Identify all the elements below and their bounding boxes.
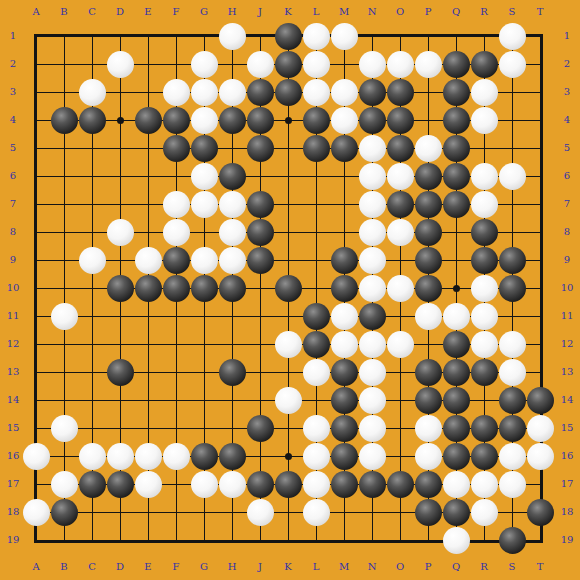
white-stone (387, 51, 414, 78)
white-stone (191, 247, 218, 274)
black-stone (163, 275, 190, 302)
white-stone (359, 219, 386, 246)
black-stone (275, 275, 302, 302)
white-stone (387, 219, 414, 246)
row-label-left: 4 (3, 113, 23, 127)
black-stone (219, 275, 246, 302)
black-stone (443, 135, 470, 162)
white-stone (303, 499, 330, 526)
black-stone (135, 275, 162, 302)
white-stone (51, 303, 78, 330)
white-stone (499, 359, 526, 386)
black-stone (331, 135, 358, 162)
white-stone (359, 247, 386, 274)
column-label-top: R (474, 5, 494, 19)
row-label-right: 17 (557, 477, 577, 491)
white-stone (359, 443, 386, 470)
black-stone (387, 191, 414, 218)
black-stone (303, 135, 330, 162)
white-stone (219, 471, 246, 498)
row-label-left: 12 (3, 337, 23, 351)
black-stone (303, 331, 330, 358)
row-label-left: 2 (3, 57, 23, 71)
column-label-top: D (110, 5, 130, 19)
black-stone (79, 107, 106, 134)
row-label-left: 16 (3, 449, 23, 463)
white-stone (191, 79, 218, 106)
black-stone (275, 471, 302, 498)
black-stone (443, 51, 470, 78)
white-stone (331, 79, 358, 106)
column-label-top: G (194, 5, 214, 19)
black-stone (415, 387, 442, 414)
black-stone (499, 527, 526, 554)
column-label-top: C (82, 5, 102, 19)
column-label-top: B (54, 5, 74, 19)
white-stone (51, 415, 78, 442)
white-stone (275, 387, 302, 414)
white-stone (191, 51, 218, 78)
black-stone (415, 247, 442, 274)
column-label-top: M (334, 5, 354, 19)
white-stone (471, 107, 498, 134)
black-stone (331, 415, 358, 442)
column-label-bottom: P (418, 560, 438, 574)
white-stone (247, 499, 274, 526)
black-stone (163, 247, 190, 274)
row-label-left: 1 (3, 29, 23, 43)
white-stone (331, 23, 358, 50)
black-stone (107, 471, 134, 498)
white-stone (79, 443, 106, 470)
go-board[interactable]: AA11BB22CC33DD44EE55FF66GG77HH88JJ99KK10… (0, 0, 580, 580)
white-stone (499, 443, 526, 470)
row-label-right: 5 (557, 141, 577, 155)
black-stone (443, 499, 470, 526)
black-stone (191, 275, 218, 302)
black-stone (331, 387, 358, 414)
black-stone (219, 359, 246, 386)
white-stone (527, 443, 554, 470)
white-stone (303, 79, 330, 106)
column-label-bottom: L (306, 560, 326, 574)
row-label-left: 17 (3, 477, 23, 491)
black-stone (415, 275, 442, 302)
black-stone (247, 191, 274, 218)
white-stone (415, 303, 442, 330)
column-label-bottom: A (26, 560, 46, 574)
white-stone (107, 219, 134, 246)
white-stone (331, 331, 358, 358)
white-stone (499, 471, 526, 498)
black-stone (79, 471, 106, 498)
white-stone (471, 331, 498, 358)
white-stone (79, 247, 106, 274)
white-stone (163, 191, 190, 218)
white-stone (107, 443, 134, 470)
black-stone (499, 275, 526, 302)
white-stone (359, 415, 386, 442)
row-label-right: 8 (557, 225, 577, 239)
black-stone (331, 443, 358, 470)
white-stone (359, 359, 386, 386)
white-stone (359, 387, 386, 414)
white-stone (499, 51, 526, 78)
column-label-top: N (362, 5, 382, 19)
row-label-left: 15 (3, 421, 23, 435)
black-stone (443, 163, 470, 190)
row-label-right: 2 (557, 57, 577, 71)
white-stone (191, 163, 218, 190)
column-label-bottom: Q (446, 560, 466, 574)
row-label-right: 1 (557, 29, 577, 43)
white-stone (135, 471, 162, 498)
row-label-left: 6 (3, 169, 23, 183)
row-label-left: 5 (3, 141, 23, 155)
black-stone (443, 359, 470, 386)
column-label-bottom: C (82, 560, 102, 574)
black-stone (443, 331, 470, 358)
white-stone (499, 23, 526, 50)
column-label-bottom: N (362, 560, 382, 574)
column-label-top: E (138, 5, 158, 19)
row-label-left: 14 (3, 393, 23, 407)
black-stone (471, 359, 498, 386)
white-stone (359, 191, 386, 218)
row-label-right: 6 (557, 169, 577, 183)
white-stone (359, 163, 386, 190)
black-stone (443, 415, 470, 442)
column-label-top: Q (446, 5, 466, 19)
column-label-top: L (306, 5, 326, 19)
column-label-bottom: R (474, 560, 494, 574)
column-label-bottom: H (222, 560, 242, 574)
black-stone (499, 247, 526, 274)
white-stone (415, 51, 442, 78)
row-label-right: 4 (557, 113, 577, 127)
black-stone (359, 303, 386, 330)
black-stone (387, 471, 414, 498)
black-stone (471, 51, 498, 78)
black-stone (247, 247, 274, 274)
white-stone (471, 191, 498, 218)
white-stone (275, 331, 302, 358)
black-stone (247, 415, 274, 442)
white-stone (359, 331, 386, 358)
black-stone (443, 443, 470, 470)
black-stone (359, 107, 386, 134)
row-label-right: 13 (557, 365, 577, 379)
row-label-right: 10 (557, 281, 577, 295)
black-stone (443, 107, 470, 134)
white-stone (359, 51, 386, 78)
row-label-right: 12 (557, 337, 577, 351)
white-stone (219, 23, 246, 50)
white-stone (499, 331, 526, 358)
star-point (285, 117, 292, 124)
white-stone (443, 303, 470, 330)
white-stone (79, 79, 106, 106)
black-stone (331, 247, 358, 274)
white-stone (387, 163, 414, 190)
white-stone (303, 471, 330, 498)
column-label-bottom: O (390, 560, 410, 574)
black-stone (359, 79, 386, 106)
white-stone (471, 303, 498, 330)
white-stone (23, 443, 50, 470)
black-stone (219, 107, 246, 134)
black-stone (415, 219, 442, 246)
column-label-top: A (26, 5, 46, 19)
white-stone (415, 443, 442, 470)
black-stone (163, 135, 190, 162)
row-label-left: 19 (3, 533, 23, 547)
white-stone (471, 275, 498, 302)
row-label-right: 15 (557, 421, 577, 435)
black-stone (51, 499, 78, 526)
column-label-bottom: B (54, 560, 74, 574)
star-point (117, 117, 124, 124)
white-stone (415, 135, 442, 162)
column-label-bottom: K (278, 560, 298, 574)
row-label-left: 13 (3, 365, 23, 379)
white-stone (23, 499, 50, 526)
white-stone (443, 471, 470, 498)
black-stone (415, 191, 442, 218)
row-label-left: 11 (3, 309, 23, 323)
white-stone (359, 135, 386, 162)
white-stone (331, 303, 358, 330)
row-label-left: 8 (3, 225, 23, 239)
column-label-bottom: M (334, 560, 354, 574)
white-stone (191, 107, 218, 134)
black-stone (443, 387, 470, 414)
white-stone (219, 219, 246, 246)
white-stone (219, 79, 246, 106)
row-label-right: 3 (557, 85, 577, 99)
white-stone (51, 471, 78, 498)
star-point (285, 453, 292, 460)
row-label-right: 14 (557, 393, 577, 407)
white-stone (527, 415, 554, 442)
column-label-bottom: S (502, 560, 522, 574)
black-stone (415, 499, 442, 526)
white-stone (135, 247, 162, 274)
white-stone (387, 275, 414, 302)
black-stone (163, 107, 190, 134)
black-stone (331, 359, 358, 386)
column-label-top: F (166, 5, 186, 19)
column-label-bottom: E (138, 560, 158, 574)
column-label-top: J (250, 5, 270, 19)
black-stone (387, 79, 414, 106)
row-label-left: 7 (3, 197, 23, 211)
white-stone (499, 163, 526, 190)
black-stone (443, 191, 470, 218)
white-stone (359, 275, 386, 302)
black-stone (499, 415, 526, 442)
star-point (453, 285, 460, 292)
black-stone (387, 107, 414, 134)
white-stone (107, 51, 134, 78)
black-stone (527, 387, 554, 414)
white-stone (331, 107, 358, 134)
black-stone (415, 359, 442, 386)
black-stone (387, 135, 414, 162)
column-label-bottom: F (166, 560, 186, 574)
black-stone (331, 275, 358, 302)
black-stone (527, 499, 554, 526)
column-label-top: S (502, 5, 522, 19)
column-label-bottom: G (194, 560, 214, 574)
white-stone (247, 51, 274, 78)
black-stone (303, 107, 330, 134)
row-label-right: 7 (557, 197, 577, 211)
column-label-top: T (530, 5, 550, 19)
white-stone (443, 527, 470, 554)
row-label-left: 3 (3, 85, 23, 99)
white-stone (303, 443, 330, 470)
black-stone (247, 135, 274, 162)
white-stone (135, 443, 162, 470)
column-label-top: K (278, 5, 298, 19)
row-label-right: 16 (557, 449, 577, 463)
black-stone (135, 107, 162, 134)
white-stone (471, 499, 498, 526)
row-label-right: 18 (557, 505, 577, 519)
column-label-bottom: T (530, 560, 550, 574)
white-stone (303, 415, 330, 442)
black-stone (415, 471, 442, 498)
black-stone (303, 303, 330, 330)
white-stone (303, 359, 330, 386)
black-stone (471, 443, 498, 470)
column-label-top: H (222, 5, 242, 19)
white-stone (163, 443, 190, 470)
black-stone (247, 79, 274, 106)
column-label-top: P (418, 5, 438, 19)
row-label-right: 9 (557, 253, 577, 267)
white-stone (191, 191, 218, 218)
white-stone (471, 471, 498, 498)
white-stone (415, 415, 442, 442)
black-stone (219, 163, 246, 190)
black-stone (247, 107, 274, 134)
black-stone (415, 163, 442, 190)
black-stone (247, 219, 274, 246)
white-stone (387, 331, 414, 358)
black-stone (471, 219, 498, 246)
black-stone (471, 247, 498, 274)
row-label-right: 19 (557, 533, 577, 547)
white-stone (303, 23, 330, 50)
white-stone (219, 191, 246, 218)
white-stone (219, 247, 246, 274)
white-stone (471, 163, 498, 190)
white-stone (163, 79, 190, 106)
row-label-right: 11 (557, 309, 577, 323)
black-stone (219, 443, 246, 470)
black-stone (107, 359, 134, 386)
black-stone (247, 471, 274, 498)
white-stone (191, 471, 218, 498)
white-stone (163, 219, 190, 246)
black-stone (191, 443, 218, 470)
black-stone (275, 23, 302, 50)
black-stone (107, 275, 134, 302)
black-stone (471, 415, 498, 442)
black-stone (51, 107, 78, 134)
white-stone (471, 79, 498, 106)
black-stone (331, 471, 358, 498)
column-label-top: O (390, 5, 410, 19)
black-stone (499, 387, 526, 414)
black-stone (359, 471, 386, 498)
row-label-left: 18 (3, 505, 23, 519)
row-label-left: 10 (3, 281, 23, 295)
black-stone (443, 79, 470, 106)
row-label-left: 9 (3, 253, 23, 267)
white-stone (303, 51, 330, 78)
black-stone (275, 79, 302, 106)
column-label-bottom: J (250, 560, 270, 574)
column-label-bottom: D (110, 560, 130, 574)
black-stone (275, 51, 302, 78)
black-stone (191, 135, 218, 162)
